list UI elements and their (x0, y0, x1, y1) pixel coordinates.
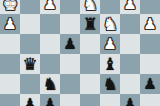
square[interactable] (60, 54, 80, 74)
square[interactable] (0, 34, 20, 54)
square[interactable] (60, 14, 80, 34)
square[interactable]: ♟ (0, 14, 20, 34)
black-pawn[interactable]: ♟ (20, 94, 40, 106)
white-pawn[interactable]: ♟ (140, 14, 160, 34)
square[interactable] (40, 34, 60, 54)
square[interactable]: ♟ (140, 14, 160, 34)
square[interactable]: ♞ (80, 0, 100, 14)
square[interactable] (120, 14, 140, 34)
square[interactable] (60, 94, 80, 106)
square[interactable] (20, 0, 40, 14)
black-queen[interactable]: ♛ (20, 54, 40, 74)
white-knight[interactable]: ♞ (100, 14, 120, 34)
square[interactable]: ♝ (100, 54, 120, 74)
white-pawn[interactable]: ♟ (0, 14, 20, 34)
square[interactable] (140, 54, 160, 74)
black-pawn[interactable]: ♟ (40, 94, 60, 106)
square[interactable] (20, 14, 40, 34)
square[interactable]: ♟ (140, 74, 160, 94)
square[interactable] (120, 74, 140, 94)
square[interactable] (100, 94, 120, 106)
square[interactable] (40, 54, 60, 74)
square[interactable]: ♟ (20, 94, 40, 106)
square[interactable] (60, 74, 80, 94)
square[interactable] (80, 54, 100, 74)
square[interactable] (40, 14, 60, 34)
square[interactable] (140, 34, 160, 54)
white-knight[interactable]: ♞ (80, 0, 100, 14)
black-pawn[interactable]: ♟ (140, 74, 160, 94)
square[interactable] (0, 74, 20, 94)
square[interactable]: ♟ (40, 94, 60, 106)
square[interactable] (20, 74, 40, 94)
square[interactable]: ♟ (100, 34, 120, 54)
square[interactable]: ♛ (20, 54, 40, 74)
white-pawn[interactable]: ♟ (120, 0, 140, 14)
black-rook[interactable]: ♜ (80, 14, 100, 34)
square[interactable] (120, 34, 140, 54)
square[interactable] (80, 34, 100, 54)
chess-board-screenshot: ♚♟♞♟♟♜♞♟♟♟♛♝♞♞♟♟♟♟ (0, 0, 160, 106)
black-bishop[interactable]: ♝ (100, 54, 120, 74)
white-king[interactable]: ♚ (0, 0, 20, 14)
square[interactable]: ♟ (120, 0, 140, 14)
square[interactable]: ♜ (80, 14, 100, 34)
chess-board: ♚♟♞♟♟♜♞♟♟♟♛♝♞♞♟♟♟♟ (0, 0, 160, 106)
black-knight[interactable]: ♞ (40, 74, 60, 94)
square[interactable] (0, 54, 20, 74)
square[interactable] (140, 0, 160, 14)
square[interactable]: ♞ (100, 74, 120, 94)
white-pawn[interactable]: ♟ (40, 0, 60, 14)
white-pawn[interactable]: ♟ (100, 34, 120, 54)
square[interactable] (100, 0, 120, 14)
square[interactable] (20, 34, 40, 54)
square[interactable] (80, 94, 100, 106)
square[interactable] (120, 54, 140, 74)
square[interactable]: ♟ (40, 0, 60, 14)
square[interactable] (0, 94, 20, 106)
black-pawn[interactable]: ♟ (60, 34, 80, 54)
black-knight[interactable]: ♞ (100, 74, 120, 94)
square[interactable] (60, 0, 80, 14)
square[interactable] (140, 94, 160, 106)
square[interactable]: ♚ (0, 0, 20, 14)
square[interactable]: ♞ (40, 74, 60, 94)
square[interactable]: ♞ (100, 14, 120, 34)
square[interactable]: ♟ (60, 34, 80, 54)
black-pawn[interactable]: ♟ (120, 94, 140, 106)
square[interactable]: ♟ (120, 94, 140, 106)
square[interactable] (80, 74, 100, 94)
